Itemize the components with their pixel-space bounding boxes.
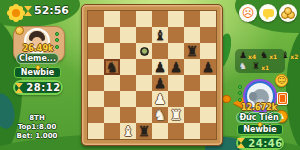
mushroom-cap	[222, 95, 231, 103]
square-r7c8[interactable]	[200, 107, 216, 123]
square-r3c8[interactable]	[200, 43, 216, 59]
square-r5c8[interactable]	[200, 75, 216, 91]
square-r1c7[interactable]	[184, 11, 200, 27]
left-player-money: 26.49k	[13, 44, 63, 53]
avatar-ear	[249, 92, 257, 101]
piece-black-rook[interactable]: ♜	[186, 44, 199, 58]
shop-button[interactable]	[279, 4, 297, 22]
square-r2c3[interactable]	[120, 27, 136, 43]
square-r2c1[interactable]	[88, 27, 104, 43]
square-r5c7[interactable]	[184, 75, 200, 91]
square-r5c5[interactable]: ♟	[152, 75, 168, 91]
square-r8c2[interactable]	[104, 123, 120, 139]
chat-bubble-icon	[263, 9, 274, 17]
table-top-prize: Top1:8.00	[8, 123, 66, 132]
smiley-icon: ☺	[277, 76, 286, 85]
session-timer-text: 52:56	[34, 4, 69, 17]
square-r8c5[interactable]	[152, 123, 168, 139]
piece-black-pawn[interactable]: ♟	[154, 76, 167, 90]
piece-white-knight[interactable]: ♞	[154, 108, 167, 122]
square-r5c6[interactable]	[168, 75, 184, 91]
piece-white-rook[interactable]: ♜	[170, 108, 183, 122]
square-r6c4[interactable]	[136, 91, 152, 107]
foliage-right	[286, 25, 300, 150]
captured-tray: ♟x4♞x1♝x2♞♜x1	[235, 49, 285, 73]
square-r4c5[interactable]: ♟	[152, 59, 168, 75]
move-hint-dot	[140, 47, 149, 56]
square-r8c7[interactable]	[184, 123, 200, 139]
captured-black-bishop: ♝x2	[281, 51, 298, 60]
square-r7c4[interactable]	[136, 107, 152, 123]
square-r2c5[interactable]: ♝	[152, 27, 168, 43]
square-r1c2[interactable]	[104, 11, 120, 27]
square-r1c8[interactable]	[200, 11, 216, 27]
menu-flower-button[interactable]	[6, 3, 26, 23]
hourglass-icon	[237, 138, 245, 148]
square-r7c3[interactable]	[120, 107, 136, 123]
piece-black-bishop[interactable]: ♝	[154, 28, 167, 42]
square-r8c8[interactable]	[200, 123, 216, 139]
square-r7c1[interactable]	[88, 107, 104, 123]
right-player-money: 12.672k	[234, 103, 284, 112]
square-r2c4[interactable]	[136, 27, 152, 43]
flower-icon	[12, 9, 20, 17]
square-r5c1[interactable]	[88, 75, 104, 91]
square-r6c8[interactable]	[200, 91, 216, 107]
square-r2c7[interactable]	[184, 27, 200, 43]
square-r8c3[interactable]: ♝	[120, 123, 136, 139]
square-r7c6[interactable]: ♜	[168, 107, 184, 123]
right-player-rank-badge: Newbie	[237, 124, 283, 135]
square-r4c1[interactable]	[88, 59, 104, 75]
square-r8c4[interactable]: ♜	[136, 123, 152, 139]
emote-button[interactable]: ☹	[239, 4, 257, 22]
captured-black-pawn: ♟x4	[239, 51, 256, 60]
online-dot	[238, 85, 242, 89]
square-r1c5[interactable]	[152, 11, 168, 27]
coins-icon	[281, 7, 295, 19]
chess-board[interactable]: ♝♜♞♟♟♟♟♟♞♜♝♜	[81, 4, 223, 146]
piece-white-bishop[interactable]: ♝	[122, 124, 135, 138]
square-r6c1[interactable]	[88, 91, 104, 107]
right-status-dots	[238, 82, 242, 104]
square-r7c5[interactable]: ♞	[152, 107, 168, 123]
square-r4c7[interactable]	[184, 59, 200, 75]
square-r5c3[interactable]	[120, 75, 136, 91]
piece-black-pawn[interactable]: ♟	[202, 60, 215, 74]
right-player-clock: 24:46	[236, 136, 284, 150]
square-r6c7[interactable]	[184, 91, 200, 107]
sad-face-icon: ☹	[242, 7, 255, 19]
square-r4c2[interactable]: ♞	[104, 59, 120, 75]
emoji-button[interactable]: ☺	[275, 74, 288, 87]
square-r3c6[interactable]	[168, 43, 184, 59]
square-r8c6[interactable]	[168, 123, 184, 139]
square-r6c6[interactable]	[168, 91, 184, 107]
square-r6c5[interactable]: ♟	[152, 91, 168, 107]
square-r2c8[interactable]	[200, 27, 216, 43]
card-icon	[279, 94, 286, 103]
square-r4c6[interactable]: ♟	[168, 59, 184, 75]
left-player-clock: 28:12	[13, 80, 63, 95]
left-player-name: Cleme...	[16, 53, 59, 64]
square-r1c6[interactable]	[168, 11, 184, 27]
piece-black-rook[interactable]: ♜	[138, 124, 151, 138]
piece-white-pawn[interactable]: ♟	[154, 92, 167, 106]
online-dot	[55, 32, 59, 36]
game-screen: 52:56 26.49k Cleme... Newbie 28:12 8TH T…	[0, 0, 300, 150]
coin-icon	[15, 26, 24, 35]
table-place: 8TH	[8, 114, 66, 123]
square-r3c3[interactable]	[120, 43, 136, 59]
board-squares[interactable]: ♝♜♞♟♟♟♟♟♞♜♝♜	[88, 11, 216, 139]
square-r4c4[interactable]	[136, 59, 152, 75]
square-r3c5[interactable]	[152, 43, 168, 59]
square-r8c1[interactable]	[88, 123, 104, 139]
square-r5c2[interactable]	[104, 75, 120, 91]
hourglass-icon	[24, 6, 32, 16]
square-r4c8[interactable]: ♟	[200, 59, 216, 75]
square-r2c6[interactable]	[168, 27, 184, 43]
square-r1c1[interactable]	[88, 11, 104, 27]
captured-black-knight: ♞x1	[260, 51, 277, 60]
online-dot	[238, 98, 242, 102]
hourglass-icon	[15, 83, 23, 93]
piece-black-pawn[interactable]: ♟	[154, 60, 167, 74]
captured-white-knight: ♞	[239, 62, 248, 71]
square-r3c4[interactable]	[136, 43, 152, 59]
table-bet: Bet: 1.000	[8, 132, 66, 141]
chat-button[interactable]	[259, 4, 277, 22]
square-r2c2[interactable]	[104, 27, 120, 43]
rank-dot	[35, 65, 40, 70]
square-r3c7[interactable]: ♜	[184, 43, 200, 59]
piece-black-pawn[interactable]: ♟	[170, 60, 183, 74]
session-timer: 52:56	[24, 4, 69, 17]
square-r7c2[interactable]	[104, 107, 120, 123]
square-r6c2[interactable]	[104, 91, 120, 107]
square-r7c7[interactable]	[184, 107, 200, 123]
online-dot	[55, 38, 59, 42]
table-info: 8TH Top1:8.00 Bet: 1.000	[8, 114, 66, 141]
square-r1c3[interactable]	[120, 11, 136, 27]
square-r3c1[interactable]	[88, 43, 104, 59]
square-r3c2[interactable]	[104, 43, 120, 59]
square-r5c4[interactable]	[136, 75, 152, 91]
square-r1c4[interactable]	[136, 11, 152, 27]
square-r4c3[interactable]	[120, 59, 136, 75]
square-r6c3[interactable]	[120, 91, 136, 107]
online-dot	[238, 91, 242, 95]
rank-dot	[258, 122, 263, 127]
captured-black-rook: ♜x1	[252, 62, 269, 71]
piece-black-knight[interactable]: ♞	[106, 60, 119, 74]
left-player-rank-badge: Newbie	[14, 67, 61, 78]
